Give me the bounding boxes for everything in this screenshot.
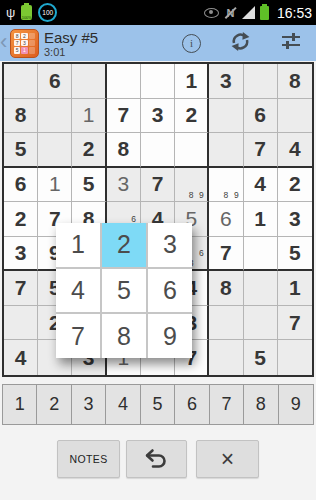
cell-r8c9[interactable]: 7: [278, 306, 312, 341]
given-digit: 3: [289, 207, 301, 231]
cell-r2c2[interactable]: [38, 99, 72, 134]
back-chevron-icon[interactable]: ‹: [0, 31, 10, 53]
cell-r2c3[interactable]: 1: [72, 99, 106, 134]
cell-r5c8[interactable]: 1: [244, 202, 278, 237]
picker-number-8[interactable]: 8: [102, 314, 146, 358]
cell-r4c5[interactable]: 7: [141, 168, 175, 203]
given-digit: 5: [289, 241, 301, 265]
cell-r1c3[interactable]: [72, 64, 106, 99]
cell-r9c1[interactable]: 4: [4, 340, 38, 375]
cell-r3c3[interactable]: 2: [72, 133, 106, 168]
battery-percent-label: 100%: [22, 15, 32, 20]
cell-r7c7[interactable]: 8: [209, 271, 243, 306]
cell-r6c1[interactable]: 3: [4, 237, 38, 272]
cell-r3c2[interactable]: [38, 133, 72, 168]
notes-button[interactable]: NOTES: [57, 440, 120, 478]
numbar-7[interactable]: 7: [210, 385, 244, 424]
cell-r4c9[interactable]: 2: [278, 168, 312, 203]
close-button[interactable]: ×: [196, 440, 259, 478]
cell-r9c7[interactable]: [209, 340, 243, 375]
cell-r3c9[interactable]: 4: [278, 133, 312, 168]
given-digit: 7: [289, 311, 301, 335]
cell-r2c4[interactable]: 7: [107, 99, 141, 134]
numbar-6[interactable]: 6: [175, 385, 209, 424]
usb-icon: ψ: [6, 6, 15, 19]
given-digit: 8: [220, 276, 232, 300]
cell-r1c7[interactable]: 3: [209, 64, 243, 99]
given-digit: 8: [289, 69, 301, 93]
cell-r1c4[interactable]: [107, 64, 141, 99]
cell-r9c8[interactable]: 5: [244, 340, 278, 375]
cell-r3c5[interactable]: [141, 133, 175, 168]
eye-icon: [204, 8, 219, 18]
given-digit: 6: [15, 172, 27, 196]
cell-r1c6[interactable]: 1: [175, 64, 209, 99]
cell-r4c3[interactable]: 5: [72, 168, 106, 203]
user-digit: 3: [117, 172, 129, 196]
undo-arrow-icon: [143, 448, 170, 470]
given-digit: 4: [289, 137, 301, 161]
given-digit: 5: [254, 346, 266, 370]
cell-r5c7[interactable]: 6: [209, 202, 243, 237]
numbar-5[interactable]: 5: [141, 385, 175, 424]
status-right-icons: N 16:53: [204, 5, 316, 21]
page-title: Easy #5: [44, 29, 98, 46]
game-timer: 3:01: [44, 46, 98, 58]
status-bar: ψ 100% 100 N 16:53: [0, 0, 316, 25]
cell-r4c4[interactable]: 3: [107, 168, 141, 203]
given-digit: 7: [117, 103, 129, 127]
given-digit: 1: [185, 69, 197, 93]
cell-r1c1[interactable]: [4, 64, 38, 99]
given-digit: 6: [49, 69, 61, 93]
cell-r7c8[interactable]: [244, 271, 278, 306]
user-digit: 1: [83, 103, 95, 127]
given-digit: 7: [15, 276, 27, 300]
picker-number-5[interactable]: 5: [102, 269, 146, 313]
badge-100-label: 100: [42, 9, 53, 16]
cell-r2c7[interactable]: [209, 99, 243, 134]
control-buttons: NOTES ×: [0, 440, 316, 478]
number-picker-popup: 123456789: [56, 223, 192, 358]
given-digit: 4: [15, 346, 27, 370]
cell-r2c5[interactable]: 3: [141, 99, 175, 134]
cell-r2c1[interactable]: 8: [4, 99, 38, 134]
cell-r3c7[interactable]: [209, 133, 243, 168]
cell-r2c6[interactable]: 2: [175, 99, 209, 134]
cell-r9c9[interactable]: [278, 340, 312, 375]
given-digit: 2: [185, 103, 197, 127]
cell-r3c1[interactable]: 5: [4, 133, 38, 168]
cell-r8c8[interactable]: [244, 306, 278, 341]
cell-r3c8[interactable]: 7: [244, 133, 278, 168]
cell-r6c8[interactable]: [244, 237, 278, 272]
cell-r4c7[interactable]: 89: [209, 168, 243, 203]
given-digit: 2: [289, 172, 301, 196]
status-left-icons: ψ 100% 100: [0, 3, 57, 22]
undo-button[interactable]: [126, 440, 187, 478]
cell-r4c2[interactable]: 1: [38, 168, 72, 203]
pencil-marks: 89: [210, 169, 241, 201]
app-header: ‹ 827351 Easy #5 3:01 i: [0, 25, 316, 61]
numbar-8[interactable]: 8: [244, 385, 278, 424]
clock-label: 16:53: [277, 5, 312, 21]
numbar-3[interactable]: 3: [72, 385, 106, 424]
cell-r8c7[interactable]: [209, 306, 243, 341]
nfc-off-icon: N: [224, 6, 237, 19]
cell-r4c6[interactable]: 89: [175, 168, 209, 203]
given-digit: 5: [83, 172, 95, 196]
cell-r7c1[interactable]: 7: [4, 271, 38, 306]
given-digit: 1: [289, 276, 301, 300]
restart-icon[interactable]: [229, 30, 252, 57]
title-block: Easy #5 3:01: [44, 29, 98, 58]
info-icon[interactable]: i: [182, 34, 201, 53]
signal-icon: [242, 6, 255, 19]
given-digit: 7: [152, 172, 164, 196]
sudoku-app-icon: 827351: [10, 29, 39, 58]
picker-number-4[interactable]: 4: [56, 269, 100, 313]
battery-full-icon: 100%: [21, 5, 32, 20]
given-digit: 6: [254, 103, 266, 127]
cell-r5c1[interactable]: 2: [4, 202, 38, 237]
cell-r5c9[interactable]: 3: [278, 202, 312, 237]
user-digit: 6: [220, 207, 232, 231]
picker-number-2[interactable]: 2: [102, 223, 146, 267]
given-digit: 8: [15, 103, 27, 127]
picker-number-1[interactable]: 1: [56, 223, 100, 267]
cell-r1c2[interactable]: 6: [38, 64, 72, 99]
data-100-badge-icon: 100: [38, 3, 57, 22]
given-digit: 8: [117, 137, 129, 161]
given-digit: 1: [254, 207, 266, 231]
numbar-2[interactable]: 2: [37, 385, 71, 424]
cell-r7c9[interactable]: 1: [278, 271, 312, 306]
cell-r4c1[interactable]: 6: [4, 168, 38, 203]
numbar-9[interactable]: 9: [279, 385, 313, 424]
cell-r4c8[interactable]: 4: [244, 168, 278, 203]
cell-r8c1[interactable]: [4, 306, 38, 341]
pencil-marks: 89: [176, 169, 206, 201]
numbar-4[interactable]: 4: [106, 385, 140, 424]
picker-number-3[interactable]: 3: [148, 223, 192, 267]
given-digit: 2: [15, 207, 27, 231]
numbar-1[interactable]: 1: [3, 385, 37, 424]
given-digit: 7: [254, 137, 266, 161]
picker-number-9[interactable]: 9: [148, 314, 192, 358]
given-digit: 2: [83, 137, 95, 161]
cell-r1c8[interactable]: [244, 64, 278, 99]
cell-r1c5[interactable]: [141, 64, 175, 99]
cell-r2c9[interactable]: [278, 99, 312, 134]
cell-r6c9[interactable]: 5: [278, 237, 312, 272]
picker-number-7[interactable]: 7: [56, 314, 100, 358]
cell-r1c9[interactable]: 8: [278, 64, 312, 99]
given-digit: 7: [220, 241, 232, 265]
battery-icon: [260, 6, 269, 20]
cell-r2c8[interactable]: 6: [244, 99, 278, 134]
given-digit: 3: [220, 69, 232, 93]
cell-r3c4[interactable]: 8: [107, 133, 141, 168]
number-bar: 123456789: [2, 384, 314, 425]
cell-r3c6[interactable]: [175, 133, 209, 168]
user-digit: 1: [49, 172, 61, 196]
settings-sliders-icon[interactable]: [280, 30, 302, 56]
given-digit: 5: [15, 137, 27, 161]
given-digit: 3: [152, 103, 164, 127]
cell-r6c7[interactable]: 7: [209, 237, 243, 272]
sudoku-app-screen: ψ 100% 100 N 16:53 ‹ 827351 Easy #5 3:01…: [0, 0, 316, 500]
given-digit: 3: [15, 241, 27, 265]
given-digit: 4: [254, 172, 266, 196]
picker-number-6[interactable]: 6: [148, 269, 192, 313]
